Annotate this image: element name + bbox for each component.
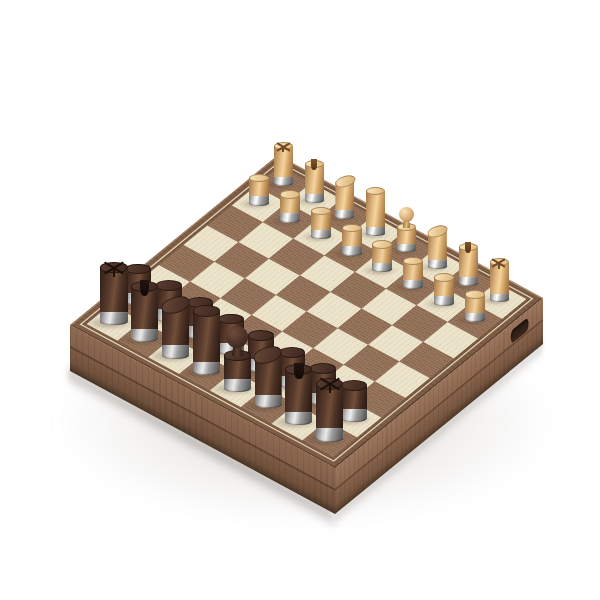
black-bishop-c8	[162, 298, 189, 359]
piece-top	[434, 273, 454, 282]
piece-body	[193, 311, 220, 362]
piece-top	[218, 314, 244, 325]
metal-band	[428, 259, 447, 269]
white-pawn-h2	[465, 290, 485, 322]
metal-band	[434, 295, 454, 306]
white-pawn-d2	[342, 224, 362, 256]
white-pawn-c2	[311, 207, 331, 239]
metal-band	[305, 193, 324, 203]
piece-top	[372, 240, 392, 249]
white-pawn-f2	[403, 257, 423, 289]
metal-band	[255, 394, 282, 408]
white-queen-d1	[366, 187, 385, 236]
black-knight-g8	[285, 364, 312, 425]
metal-band	[280, 212, 300, 223]
white-pawn-b2	[280, 190, 300, 222]
rook-slit	[329, 385, 331, 393]
white-king-e1	[397, 207, 416, 253]
piece-top	[465, 290, 485, 299]
white-bishop-f1	[428, 227, 447, 270]
metal-band	[459, 276, 478, 286]
metal-band	[224, 378, 251, 392]
metal-band	[341, 408, 367, 422]
piece-top	[342, 224, 362, 233]
rook-slit	[498, 263, 500, 269]
piece-top	[341, 380, 367, 391]
metal-band	[274, 176, 293, 186]
white-pawn-g2	[434, 273, 454, 305]
rook-slit	[113, 269, 115, 277]
white-knight-b1	[305, 160, 324, 203]
metal-band	[490, 293, 509, 303]
black-rook-h8	[316, 378, 343, 441]
white-knight-g1	[459, 243, 478, 286]
metal-band	[316, 427, 343, 441]
chess-set-photo	[0, 0, 600, 600]
black-rook-a8	[100, 262, 127, 325]
piece-top	[279, 347, 305, 358]
black-queen-d8	[193, 305, 220, 375]
metal-band	[131, 328, 158, 342]
black-knight-b8	[131, 281, 158, 342]
pieces-layer	[0, 0, 600, 600]
metal-band	[342, 245, 362, 256]
piece-top	[193, 305, 220, 316]
black-king-e8	[224, 326, 251, 391]
metal-band	[162, 344, 189, 358]
black-pawn-h7	[341, 380, 367, 422]
metal-band	[372, 262, 392, 273]
metal-band	[285, 411, 312, 425]
piece-body	[366, 191, 385, 227]
white-bishop-c1	[335, 177, 354, 220]
metal-band	[100, 311, 127, 325]
king-orb	[226, 326, 248, 348]
metal-band	[193, 361, 220, 375]
metal-band	[465, 312, 485, 323]
king-orb	[399, 207, 414, 222]
metal-band	[397, 243, 416, 253]
knight-notch	[294, 363, 303, 379]
white-rook-h1	[490, 258, 509, 302]
piece-top	[280, 190, 300, 199]
metal-band	[335, 209, 354, 219]
white-pawn-e2	[372, 240, 392, 272]
piece-top	[249, 174, 269, 183]
rook-slit	[282, 147, 284, 153]
metal-band	[403, 279, 423, 290]
white-pawn-a2	[249, 174, 269, 206]
white-rook-a1	[274, 142, 293, 186]
metal-band	[366, 226, 385, 236]
metal-band	[249, 195, 269, 206]
knight-notch	[140, 280, 149, 296]
black-bishop-f8	[255, 347, 282, 408]
metal-band	[311, 229, 331, 240]
